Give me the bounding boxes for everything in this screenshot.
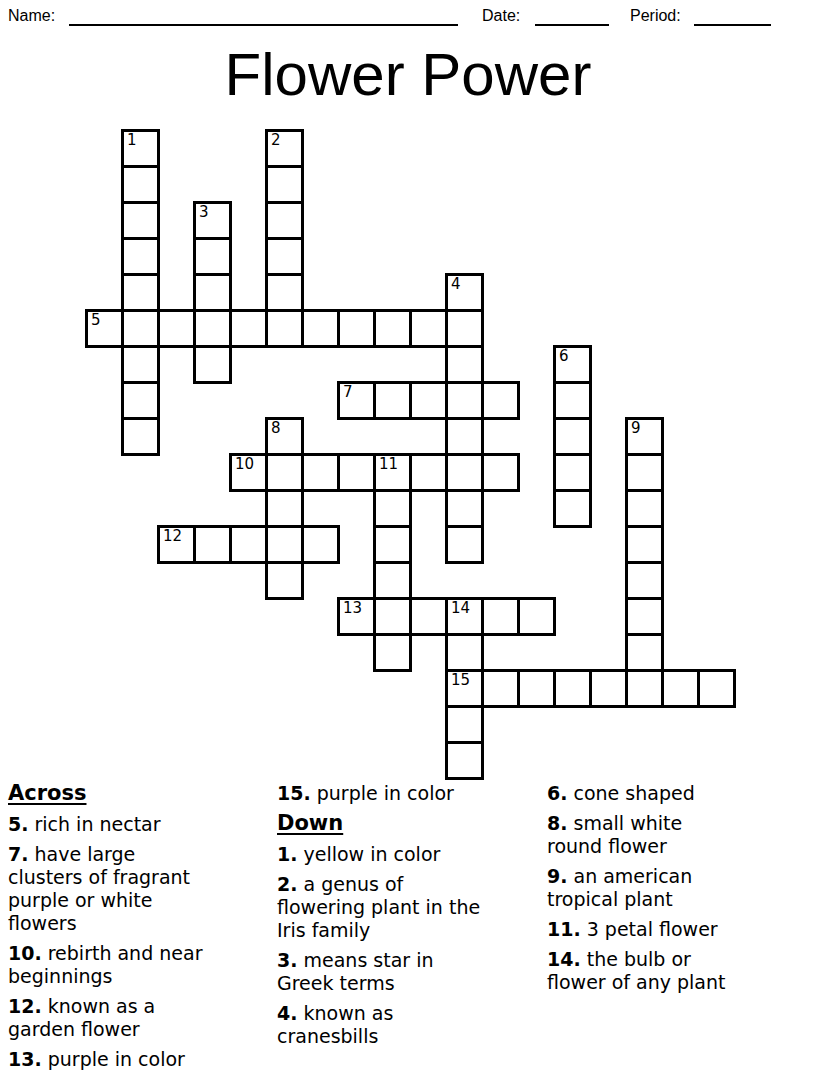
- cell-number: 15: [451, 672, 470, 689]
- clue-number: 5.: [8, 813, 28, 835]
- clue-text: cone shaped: [567, 782, 694, 804]
- grid-cell[interactable]: [445, 705, 484, 744]
- grid-cell[interactable]: [265, 165, 304, 204]
- cell-number: 9: [631, 420, 641, 437]
- grid-cell[interactable]: [589, 669, 628, 708]
- cell-number: 1: [127, 132, 137, 149]
- cell-number: 12: [163, 528, 182, 545]
- grid-cell[interactable]: [265, 309, 304, 348]
- grid-cell[interactable]: [445, 741, 484, 780]
- clue-item: 7. have large clusters of fragrant purpl…: [8, 843, 272, 935]
- clue-item: 2. a genus of flowering plant in the Iri…: [277, 873, 539, 942]
- crossword-grid: 123456789101112131415: [85, 129, 736, 780]
- name-label: Name:: [8, 7, 55, 25]
- clue-number: 10.: [8, 942, 42, 964]
- grid-cell[interactable]: [373, 633, 412, 672]
- grid-cell[interactable]: [265, 489, 304, 528]
- cell-number: 10: [235, 456, 254, 473]
- grid-cell[interactable]: [193, 345, 232, 384]
- cell-number: 3: [199, 204, 209, 221]
- clue-number: 11.: [547, 918, 581, 940]
- clue-item: 11. 3 petal flower: [547, 918, 813, 941]
- clue-item: 5. rich in nectar: [8, 813, 272, 836]
- cell-number: 7: [343, 384, 353, 401]
- clue-number: 4.: [277, 1002, 297, 1024]
- clue-item: 13. purple in color: [8, 1048, 272, 1071]
- grid-cell[interactable]: 6: [553, 345, 592, 384]
- grid-cell[interactable]: [373, 489, 412, 528]
- puzzle-title: Flower Power: [0, 44, 816, 106]
- grid-cell[interactable]: [445, 525, 484, 564]
- grid-cell[interactable]: [337, 309, 376, 348]
- grid-cell[interactable]: 10: [229, 453, 268, 492]
- grid-cell[interactable]: [625, 561, 664, 600]
- clue-item: 15. purple in color: [277, 782, 539, 805]
- clue-text: an american tropical plant: [547, 865, 692, 910]
- clue-number: 14.: [547, 948, 581, 970]
- clue-number: 2.: [277, 873, 297, 895]
- clue-item: 1. yellow in color: [277, 843, 539, 866]
- clue-text: purple in color: [42, 1048, 185, 1070]
- cell-number: 4: [451, 276, 461, 293]
- grid-cell[interactable]: [553, 489, 592, 528]
- grid-cell[interactable]: 2: [265, 129, 304, 168]
- grid-cell[interactable]: [445, 345, 484, 384]
- grid-cell[interactable]: [265, 453, 304, 492]
- down-heading: Down: [277, 812, 539, 835]
- grid-cell[interactable]: [265, 561, 304, 600]
- grid-cell[interactable]: 13: [337, 597, 376, 636]
- cell-number: 14: [451, 600, 470, 617]
- grid-cell[interactable]: 1: [121, 129, 160, 168]
- grid-cell[interactable]: [121, 381, 160, 420]
- clue-number: 9.: [547, 865, 567, 887]
- grid-cell[interactable]: [373, 381, 412, 420]
- clue-text: a genus of flowering plant in the Iris f…: [277, 873, 480, 941]
- grid-cell[interactable]: [517, 669, 556, 708]
- grid-cell[interactable]: [445, 417, 484, 456]
- clue-item: 14. the bulb or flower of any plant: [547, 948, 813, 994]
- clue-number: 8.: [547, 812, 567, 834]
- clue-item: 4. known as cranesbills: [277, 1002, 539, 1048]
- grid-cell[interactable]: [193, 237, 232, 276]
- grid-cell[interactable]: [193, 309, 232, 348]
- grid-cell[interactable]: [337, 453, 376, 492]
- clue-text: rich in nectar: [28, 813, 160, 835]
- grid-cell[interactable]: [265, 237, 304, 276]
- grid-cell[interactable]: [265, 201, 304, 240]
- grid-cell[interactable]: [445, 309, 484, 348]
- grid-cell[interactable]: 15: [445, 669, 484, 708]
- grid-cell[interactable]: [121, 417, 160, 456]
- clue-number: 7.: [8, 843, 28, 865]
- grid-cell[interactable]: 11: [373, 453, 412, 492]
- cell-number: 11: [379, 456, 398, 473]
- grid-cell[interactable]: 14: [445, 597, 484, 636]
- clue-text: means star in Greek terms: [277, 949, 433, 994]
- grid-cell[interactable]: [481, 381, 520, 420]
- grid-cell[interactable]: [625, 597, 664, 636]
- grid-cell[interactable]: [625, 633, 664, 672]
- grid-cell[interactable]: [121, 273, 160, 312]
- grid-cell[interactable]: [445, 381, 484, 420]
- grid-cell[interactable]: [409, 453, 448, 492]
- grid-cell[interactable]: [409, 597, 448, 636]
- cell-number: 6: [559, 348, 569, 365]
- name-blank-line[interactable]: [69, 8, 458, 26]
- grid-cell[interactable]: [697, 669, 736, 708]
- grid-cell[interactable]: [445, 453, 484, 492]
- grid-cell[interactable]: [553, 381, 592, 420]
- grid-cell[interactable]: [409, 381, 448, 420]
- grid-cell[interactable]: [265, 525, 304, 564]
- grid-cell[interactable]: [121, 237, 160, 276]
- clue-column-1: Across5. rich in nectar7. have large clu…: [8, 778, 272, 1078]
- grid-cell[interactable]: [373, 597, 412, 636]
- cell-number: 8: [271, 420, 281, 437]
- clue-number: 3.: [277, 949, 297, 971]
- grid-cell[interactable]: [301, 309, 340, 348]
- grid-cell[interactable]: [121, 345, 160, 384]
- clue-text: purple in color: [311, 782, 454, 804]
- grid-cell[interactable]: [481, 669, 520, 708]
- clue-item: 12. known as a garden flower: [8, 995, 272, 1041]
- grid-cell[interactable]: 7: [337, 381, 376, 420]
- clue-number: 13.: [8, 1048, 42, 1070]
- grid-cell[interactable]: [625, 669, 664, 708]
- cell-number: 2: [271, 132, 281, 149]
- period-label: Period:: [630, 7, 681, 25]
- grid-cell[interactable]: [193, 273, 232, 312]
- grid-cell[interactable]: [373, 561, 412, 600]
- clue-number: 15.: [277, 782, 311, 804]
- grid-cell[interactable]: [553, 669, 592, 708]
- grid-cell[interactable]: [301, 453, 340, 492]
- clue-item: 9. an american tropical plant: [547, 865, 813, 911]
- grid-cell[interactable]: 8: [265, 417, 304, 456]
- grid-cell[interactable]: [301, 525, 340, 564]
- grid-cell[interactable]: [625, 453, 664, 492]
- clue-number: 6.: [547, 782, 567, 804]
- clue-item: 3. means star in Greek terms: [277, 949, 539, 995]
- grid-cell[interactable]: [625, 525, 664, 564]
- clue-text: small white round flower: [547, 812, 682, 857]
- clue-item: 10. rebirth and near beginnings: [8, 942, 272, 988]
- grid-cell[interactable]: [373, 525, 412, 564]
- grid-cell[interactable]: [229, 309, 268, 348]
- grid-cell[interactable]: [661, 669, 700, 708]
- grid-cell[interactable]: [445, 489, 484, 528]
- grid-cell[interactable]: 3: [193, 201, 232, 240]
- clue-item: 8. small white round flower: [547, 812, 813, 858]
- grid-cell[interactable]: [265, 273, 304, 312]
- grid-cell[interactable]: [121, 309, 160, 348]
- clue-column-3: 6. cone shaped8. small white round flowe…: [547, 778, 813, 1001]
- date-label: Date:: [482, 7, 520, 25]
- date-blank-line[interactable]: [535, 8, 609, 26]
- clue-item: 6. cone shaped: [547, 782, 813, 805]
- grid-cell[interactable]: [553, 453, 592, 492]
- cell-number: 5: [91, 312, 101, 329]
- grid-cell[interactable]: [121, 165, 160, 204]
- grid-cell[interactable]: [409, 309, 448, 348]
- grid-cell[interactable]: [553, 417, 592, 456]
- grid-cell[interactable]: [517, 597, 556, 636]
- clue-column-2: 15. purple in colorDown1. yellow in colo…: [277, 778, 539, 1055]
- grid-cell[interactable]: [625, 489, 664, 528]
- clue-number: 12.: [8, 995, 42, 1017]
- grid-cell[interactable]: [445, 633, 484, 672]
- grid-cell[interactable]: [373, 309, 412, 348]
- clue-text: have large clusters of fragrant purple o…: [8, 843, 190, 934]
- grid-cell[interactable]: [157, 309, 196, 348]
- period-blank-line[interactable]: [694, 8, 771, 26]
- cell-number: 13: [343, 600, 362, 617]
- grid-cell[interactable]: [481, 453, 520, 492]
- clue-text: yellow in color: [297, 843, 440, 865]
- clue-text: 3 petal flower: [581, 918, 718, 940]
- grid-cell[interactable]: [229, 525, 268, 564]
- grid-cell[interactable]: [481, 597, 520, 636]
- grid-cell[interactable]: 9: [625, 417, 664, 456]
- grid-cell[interactable]: 4: [445, 273, 484, 312]
- grid-cell[interactable]: 5: [85, 309, 124, 348]
- across-heading: Across: [8, 782, 272, 805]
- grid-cell[interactable]: [193, 525, 232, 564]
- clue-number: 1.: [277, 843, 297, 865]
- grid-cell[interactable]: 12: [157, 525, 196, 564]
- grid-cell[interactable]: [121, 201, 160, 240]
